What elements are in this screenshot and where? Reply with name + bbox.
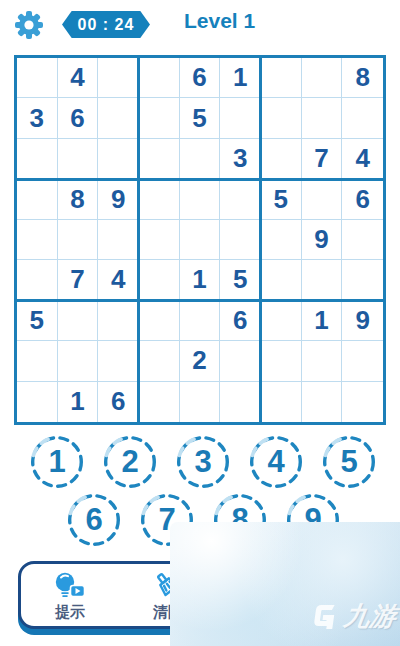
- sudoku-cell-r3c8[interactable]: 7: [302, 139, 343, 179]
- sudoku-cell-r8c4[interactable]: [139, 341, 180, 381]
- sudoku-cell-r4c6[interactable]: [220, 179, 261, 219]
- numpad-digit: 4: [249, 435, 303, 489]
- sudoku-cell-r8c3[interactable]: [98, 341, 139, 381]
- sudoku-cell-r7c3[interactable]: [98, 301, 139, 341]
- sudoku-cell-r8c7[interactable]: [261, 341, 302, 381]
- sudoku-cell-r4c1[interactable]: [17, 179, 58, 219]
- sudoku-cell-r4c2[interactable]: 8: [58, 179, 99, 219]
- sudoku-cell-r5c1[interactable]: [17, 220, 58, 260]
- sudoku-cell-r3c6[interactable]: 3: [220, 139, 261, 179]
- sudoku-cell-r3c5[interactable]: [180, 139, 221, 179]
- sudoku-cell-r6c9[interactable]: [342, 260, 383, 300]
- sudoku-cell-r9c3[interactable]: 6: [98, 382, 139, 422]
- sudoku-cell-r9c1[interactable]: [17, 382, 58, 422]
- sudoku-cell-r6c3[interactable]: 4: [98, 260, 139, 300]
- settings-gear-icon[interactable]: [14, 10, 44, 40]
- sudoku-cell-r5c8[interactable]: 9: [302, 220, 343, 260]
- sudoku-cell-r1c6[interactable]: 1: [220, 58, 261, 98]
- sudoku-cell-r4c9[interactable]: 6: [342, 179, 383, 219]
- sudoku-cell-r3c1[interactable]: [17, 139, 58, 179]
- ninegame-logo-icon: [309, 602, 343, 632]
- numpad-button-3[interactable]: 3: [176, 435, 230, 489]
- sudoku-cell-r9c6[interactable]: [220, 382, 261, 422]
- sudoku-app: 00 : 24 Level 1 461836537489569741556192…: [0, 0, 400, 646]
- sudoku-cell-r8c8[interactable]: [302, 341, 343, 381]
- sudoku-cell-r5c5[interactable]: [180, 220, 221, 260]
- sudoku-cell-r2c6[interactable]: [220, 98, 261, 138]
- sudoku-cell-r2c1[interactable]: 3: [17, 98, 58, 138]
- numpad-digit: 5: [322, 435, 376, 489]
- sudoku-cell-r7c4[interactable]: [139, 301, 180, 341]
- sudoku-cell-r6c7[interactable]: [261, 260, 302, 300]
- number-pad-row1: 12345: [30, 435, 376, 489]
- sudoku-cell-r7c1[interactable]: 5: [17, 301, 58, 341]
- level-title: Level 1: [184, 9, 255, 33]
- sudoku-cell-r6c6[interactable]: 5: [220, 260, 261, 300]
- hint-label: 提示: [55, 603, 85, 622]
- sudoku-cell-r3c2[interactable]: [58, 139, 99, 179]
- sudoku-cell-r3c4[interactable]: [139, 139, 180, 179]
- sudoku-cell-r6c5[interactable]: 1: [180, 260, 221, 300]
- blurred-popup-overlay: 九游: [170, 522, 400, 646]
- sudoku-cell-r4c7[interactable]: 5: [261, 179, 302, 219]
- sudoku-cell-r8c5[interactable]: 2: [180, 341, 221, 381]
- numpad-digit: 3: [176, 435, 230, 489]
- sudoku-cell-r1c8[interactable]: [302, 58, 343, 98]
- sudoku-cell-r4c4[interactable]: [139, 179, 180, 219]
- sudoku-cell-r8c9[interactable]: [342, 341, 383, 381]
- sudoku-cell-r7c7[interactable]: [261, 301, 302, 341]
- numpad-button-4[interactable]: 4: [249, 435, 303, 489]
- sudoku-cell-r5c2[interactable]: [58, 220, 99, 260]
- sudoku-cell-r7c9[interactable]: 9: [342, 301, 383, 341]
- sudoku-cell-r5c4[interactable]: [139, 220, 180, 260]
- sudoku-cell-r3c9[interactable]: 4: [342, 139, 383, 179]
- sudoku-cell-r9c7[interactable]: [261, 382, 302, 422]
- sudoku-cell-r6c1[interactable]: [17, 260, 58, 300]
- sudoku-cell-r1c2[interactable]: 4: [58, 58, 99, 98]
- lightbulb-video-icon: [52, 571, 88, 601]
- sudoku-cell-r3c3[interactable]: [98, 139, 139, 179]
- sudoku-cell-r1c7[interactable]: [261, 58, 302, 98]
- sudoku-cell-r4c8[interactable]: [302, 179, 343, 219]
- sudoku-cell-r2c7[interactable]: [261, 98, 302, 138]
- sudoku-board: 46183653748956974155619216: [14, 55, 386, 425]
- sudoku-cell-r6c2[interactable]: 7: [58, 260, 99, 300]
- numpad-button-1[interactable]: 1: [30, 435, 84, 489]
- sudoku-cell-r6c8[interactable]: [302, 260, 343, 300]
- sudoku-cell-r1c4[interactable]: [139, 58, 180, 98]
- numpad-digit: 2: [103, 435, 157, 489]
- numpad-button-6[interactable]: 6: [67, 493, 121, 547]
- sudoku-cell-r7c5[interactable]: [180, 301, 221, 341]
- sudoku-cell-r4c3[interactable]: 9: [98, 179, 139, 219]
- sudoku-cell-r8c6[interactable]: [220, 341, 261, 381]
- sudoku-cell-r2c8[interactable]: [302, 98, 343, 138]
- sudoku-grid: 46183653748956974155619216: [17, 58, 383, 422]
- timer-badge: 00 : 24: [62, 11, 150, 38]
- sudoku-cell-r3c7[interactable]: [261, 139, 302, 179]
- sudoku-cell-r1c9[interactable]: 8: [342, 58, 383, 98]
- sudoku-cell-r2c3[interactable]: [98, 98, 139, 138]
- sudoku-cell-r5c9[interactable]: [342, 220, 383, 260]
- sudoku-cell-r7c8[interactable]: 1: [302, 301, 343, 341]
- sudoku-cell-r8c1[interactable]: [17, 341, 58, 381]
- sudoku-cell-r4c5[interactable]: [180, 179, 221, 219]
- sudoku-cell-r9c5[interactable]: [180, 382, 221, 422]
- ninegame-watermark: 九游: [309, 599, 399, 634]
- watermark-text: 九游: [342, 599, 399, 634]
- sudoku-cell-r9c8[interactable]: [302, 382, 343, 422]
- sudoku-cell-r2c5[interactable]: 5: [180, 98, 221, 138]
- sudoku-cell-r5c7[interactable]: [261, 220, 302, 260]
- sudoku-cell-r1c3[interactable]: [98, 58, 139, 98]
- sudoku-cell-r9c4[interactable]: [139, 382, 180, 422]
- numpad-digit: 1: [30, 435, 84, 489]
- sudoku-cell-r2c2[interactable]: 6: [58, 98, 99, 138]
- sudoku-cell-r5c6[interactable]: [220, 220, 261, 260]
- numpad-button-2[interactable]: 2: [103, 435, 157, 489]
- hint-button[interactable]: 提示: [21, 571, 119, 622]
- sudoku-cell-r6c4[interactable]: [139, 260, 180, 300]
- sudoku-cell-r9c9[interactable]: [342, 382, 383, 422]
- numpad-button-5[interactable]: 5: [322, 435, 376, 489]
- sudoku-cell-r2c9[interactable]: [342, 98, 383, 138]
- sudoku-cell-r1c5[interactable]: 6: [180, 58, 221, 98]
- sudoku-cell-r5c3[interactable]: [98, 220, 139, 260]
- numpad-digit: 6: [67, 493, 121, 547]
- sudoku-cell-r7c6[interactable]: 6: [220, 301, 261, 341]
- sudoku-cell-r8c2[interactable]: [58, 341, 99, 381]
- sudoku-cell-r2c4[interactable]: [139, 98, 180, 138]
- sudoku-cell-r9c2[interactable]: 1: [58, 382, 99, 422]
- sudoku-cell-r7c2[interactable]: [58, 301, 99, 341]
- sudoku-cell-r1c1[interactable]: [17, 58, 58, 98]
